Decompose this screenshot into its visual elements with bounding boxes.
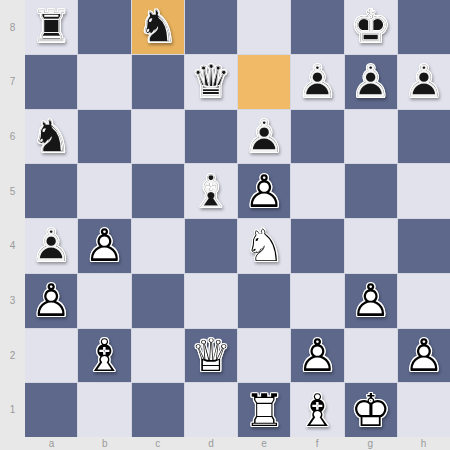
piece-white-knight[interactable]: ♞♘: [238, 219, 290, 273]
knight-glyph-detail: ♘: [25, 110, 77, 164]
pawn-glyph: ♟: [404, 59, 444, 104]
square-e3[interactable]: [238, 274, 290, 328]
king-glyph: ♚: [350, 4, 390, 49]
square-h5[interactable]: [398, 164, 450, 218]
bishop-glyph: ♝: [84, 333, 124, 378]
pawn-glyph-detail: ♙: [398, 329, 450, 383]
rook-glyph: ♜: [244, 388, 284, 433]
knight-glyph-detail: ♘: [238, 219, 290, 273]
piece-white-pawn[interactable]: ♟♙: [238, 164, 290, 218]
pawn-glyph: ♟: [297, 333, 337, 378]
piece-black-king[interactable]: ♚♔: [345, 0, 397, 54]
square-c6[interactable]: [132, 110, 184, 164]
pawn-glyph-detail: ♙: [345, 274, 397, 328]
knight-glyph: ♞: [137, 4, 177, 49]
square-f1[interactable]: ♝♗: [291, 383, 343, 437]
square-e4[interactable]: ♞♘: [238, 219, 290, 273]
square-d7[interactable]: ♛♕: [185, 55, 237, 109]
file-label-c: c: [131, 437, 184, 450]
bishop-glyph: ♝: [297, 388, 337, 433]
file-label-g: g: [344, 437, 397, 450]
rank-label-1: 1: [0, 382, 25, 437]
square-e8[interactable]: [238, 0, 290, 54]
chess-board[interactable]: ♜♖♞♘♚♔♛♕♟♙♟♙♟♙♞♘♟♙♝♗♟♙♟♙♟♙♞♘♟♙♟♙♝♗♛♕♟♙♟♙…: [25, 0, 450, 437]
piece-white-pawn[interactable]: ♟♙: [345, 274, 397, 328]
square-f7[interactable]: ♟♙: [291, 55, 343, 109]
square-d8[interactable]: [185, 0, 237, 54]
square-a1[interactable]: [25, 383, 77, 437]
square-e1[interactable]: ♜♖: [238, 383, 290, 437]
rank-labels: 87654321: [0, 0, 25, 437]
square-d5[interactable]: ♝♗: [185, 164, 237, 218]
pawn-glyph: ♟: [84, 223, 124, 268]
square-g6[interactable]: [345, 110, 397, 164]
square-g2[interactable]: [345, 329, 397, 383]
piece-black-pawn[interactable]: ♟♙: [345, 55, 397, 109]
pawn-glyph-detail: ♙: [345, 55, 397, 109]
king-glyph-detail: ♔: [345, 383, 397, 437]
square-c8[interactable]: ♞♘: [132, 0, 184, 54]
square-d2[interactable]: ♛♕: [185, 329, 237, 383]
pawn-glyph-detail: ♙: [291, 329, 343, 383]
file-label-a: a: [25, 437, 78, 450]
bishop-glyph-detail: ♗: [291, 383, 343, 437]
square-f3[interactable]: [291, 274, 343, 328]
rook-glyph-detail: ♖: [25, 0, 77, 54]
rank-label-8: 8: [0, 0, 25, 55]
square-f8[interactable]: [291, 0, 343, 54]
pawn-glyph: ♟: [350, 278, 390, 323]
piece-white-bishop[interactable]: ♝♗: [78, 329, 130, 383]
piece-black-pawn[interactable]: ♟♙: [398, 55, 450, 109]
square-g8[interactable]: ♚♔: [345, 0, 397, 54]
square-c4[interactable]: [132, 219, 184, 273]
square-f4[interactable]: [291, 219, 343, 273]
pawn-glyph: ♟: [404, 333, 444, 378]
piece-white-queen[interactable]: ♛♕: [185, 329, 237, 383]
square-g1[interactable]: ♚♔: [345, 383, 397, 437]
file-label-h: h: [397, 437, 450, 450]
piece-black-bishop[interactable]: ♝♗: [185, 164, 237, 218]
square-c3[interactable]: [132, 274, 184, 328]
square-d4[interactable]: [185, 219, 237, 273]
file-label-b: b: [78, 437, 131, 450]
file-labels: abcdefgh: [25, 437, 450, 450]
queen-glyph: ♛: [191, 333, 231, 378]
square-a7[interactable]: [25, 55, 77, 109]
square-g5[interactable]: [345, 164, 397, 218]
chess-app: 87654321 ♜♖♞♘♚♔♛♕♟♙♟♙♟♙♞♘♟♙♝♗♟♙♟♙♟♙♞♘♟♙♟…: [0, 0, 450, 450]
pawn-glyph-detail: ♙: [25, 219, 77, 273]
square-h2[interactable]: ♟♙: [398, 329, 450, 383]
square-a8[interactable]: ♜♖: [25, 0, 77, 54]
square-a6[interactable]: ♞♘: [25, 110, 77, 164]
square-b1[interactable]: [78, 383, 130, 437]
square-d6[interactable]: [185, 110, 237, 164]
square-d1[interactable]: [185, 383, 237, 437]
bishop-glyph: ♝: [191, 169, 231, 214]
square-f6[interactable]: [291, 110, 343, 164]
pawn-glyph-detail: ♙: [238, 110, 290, 164]
piece-black-pawn[interactable]: ♟♙: [291, 55, 343, 109]
piece-black-queen[interactable]: ♛♕: [185, 55, 237, 109]
square-h8[interactable]: [398, 0, 450, 54]
piece-white-pawn[interactable]: ♟♙: [398, 329, 450, 383]
pawn-glyph-detail: ♙: [78, 219, 130, 273]
piece-white-bishop[interactable]: ♝♗: [291, 383, 343, 437]
pawn-glyph: ♟: [31, 278, 71, 323]
square-a4[interactable]: ♟♙: [25, 219, 77, 273]
piece-black-knight[interactable]: ♞♘: [25, 110, 77, 164]
square-b4[interactable]: ♟♙: [78, 219, 130, 273]
pawn-glyph: ♟: [350, 59, 390, 104]
file-label-f: f: [291, 437, 344, 450]
piece-white-pawn[interactable]: ♟♙: [25, 274, 77, 328]
queen-glyph-detail: ♕: [185, 55, 237, 109]
square-g4[interactable]: [345, 219, 397, 273]
knight-glyph: ♞: [31, 114, 71, 159]
file-label-e: e: [238, 437, 291, 450]
square-g7[interactable]: ♟♙: [345, 55, 397, 109]
square-e5[interactable]: ♟♙: [238, 164, 290, 218]
piece-black-rook[interactable]: ♜♖: [25, 0, 77, 54]
square-c1[interactable]: [132, 383, 184, 437]
square-h6[interactable]: [398, 110, 450, 164]
piece-black-pawn[interactable]: ♟♙: [25, 219, 77, 273]
piece-white-pawn[interactable]: ♟♙: [291, 329, 343, 383]
rank-label-5: 5: [0, 164, 25, 219]
rank-label-6: 6: [0, 109, 25, 164]
square-b6[interactable]: [78, 110, 130, 164]
piece-black-knight[interactable]: ♞♘: [132, 0, 184, 54]
square-a2[interactable]: [25, 329, 77, 383]
pawn-glyph-detail: ♙: [25, 274, 77, 328]
square-b2[interactable]: ♝♗: [78, 329, 130, 383]
pawn-glyph: ♟: [31, 223, 71, 268]
square-f5[interactable]: [291, 164, 343, 218]
pawn-glyph-detail: ♙: [291, 55, 343, 109]
square-e6[interactable]: ♟♙: [238, 110, 290, 164]
piece-white-pawn[interactable]: ♟♙: [78, 219, 130, 273]
king-glyph-detail: ♔: [345, 0, 397, 54]
rook-glyph: ♜: [31, 4, 71, 49]
queen-glyph: ♛: [191, 59, 231, 104]
rank-label-2: 2: [0, 328, 25, 383]
square-b8[interactable]: [78, 0, 130, 54]
piece-white-king[interactable]: ♚♔: [345, 383, 397, 437]
square-b3[interactable]: [78, 274, 130, 328]
rank-label-7: 7: [0, 55, 25, 110]
rook-glyph-detail: ♖: [238, 383, 290, 437]
square-d3[interactable]: [185, 274, 237, 328]
square-h1[interactable]: [398, 383, 450, 437]
pawn-glyph: ♟: [244, 114, 284, 159]
square-h7[interactable]: ♟♙: [398, 55, 450, 109]
piece-black-pawn[interactable]: ♟♙: [238, 110, 290, 164]
queen-glyph-detail: ♕: [185, 329, 237, 383]
rank-label-3: 3: [0, 273, 25, 328]
pawn-glyph-detail: ♙: [238, 164, 290, 218]
square-c5[interactable]: [132, 164, 184, 218]
pawn-glyph: ♟: [244, 169, 284, 214]
square-a5[interactable]: [25, 164, 77, 218]
square-f2[interactable]: ♟♙: [291, 329, 343, 383]
bishop-glyph-detail: ♗: [185, 164, 237, 218]
bishop-glyph-detail: ♗: [78, 329, 130, 383]
pawn-glyph-detail: ♙: [398, 55, 450, 109]
square-b7[interactable]: [78, 55, 130, 109]
square-e2[interactable]: [238, 329, 290, 383]
knight-glyph-detail: ♘: [132, 0, 184, 54]
square-h4[interactable]: [398, 219, 450, 273]
square-c2[interactable]: [132, 329, 184, 383]
piece-white-rook[interactable]: ♜♖: [238, 383, 290, 437]
square-h3[interactable]: [398, 274, 450, 328]
square-a3[interactable]: ♟♙: [25, 274, 77, 328]
pawn-glyph: ♟: [297, 59, 337, 104]
square-g3[interactable]: ♟♙: [345, 274, 397, 328]
square-b5[interactable]: [78, 164, 130, 218]
square-e7[interactable]: [238, 55, 290, 109]
file-label-d: d: [184, 437, 237, 450]
rank-label-4: 4: [0, 219, 25, 274]
king-glyph: ♚: [350, 388, 390, 433]
knight-glyph: ♞: [244, 223, 284, 268]
square-c7[interactable]: [132, 55, 184, 109]
